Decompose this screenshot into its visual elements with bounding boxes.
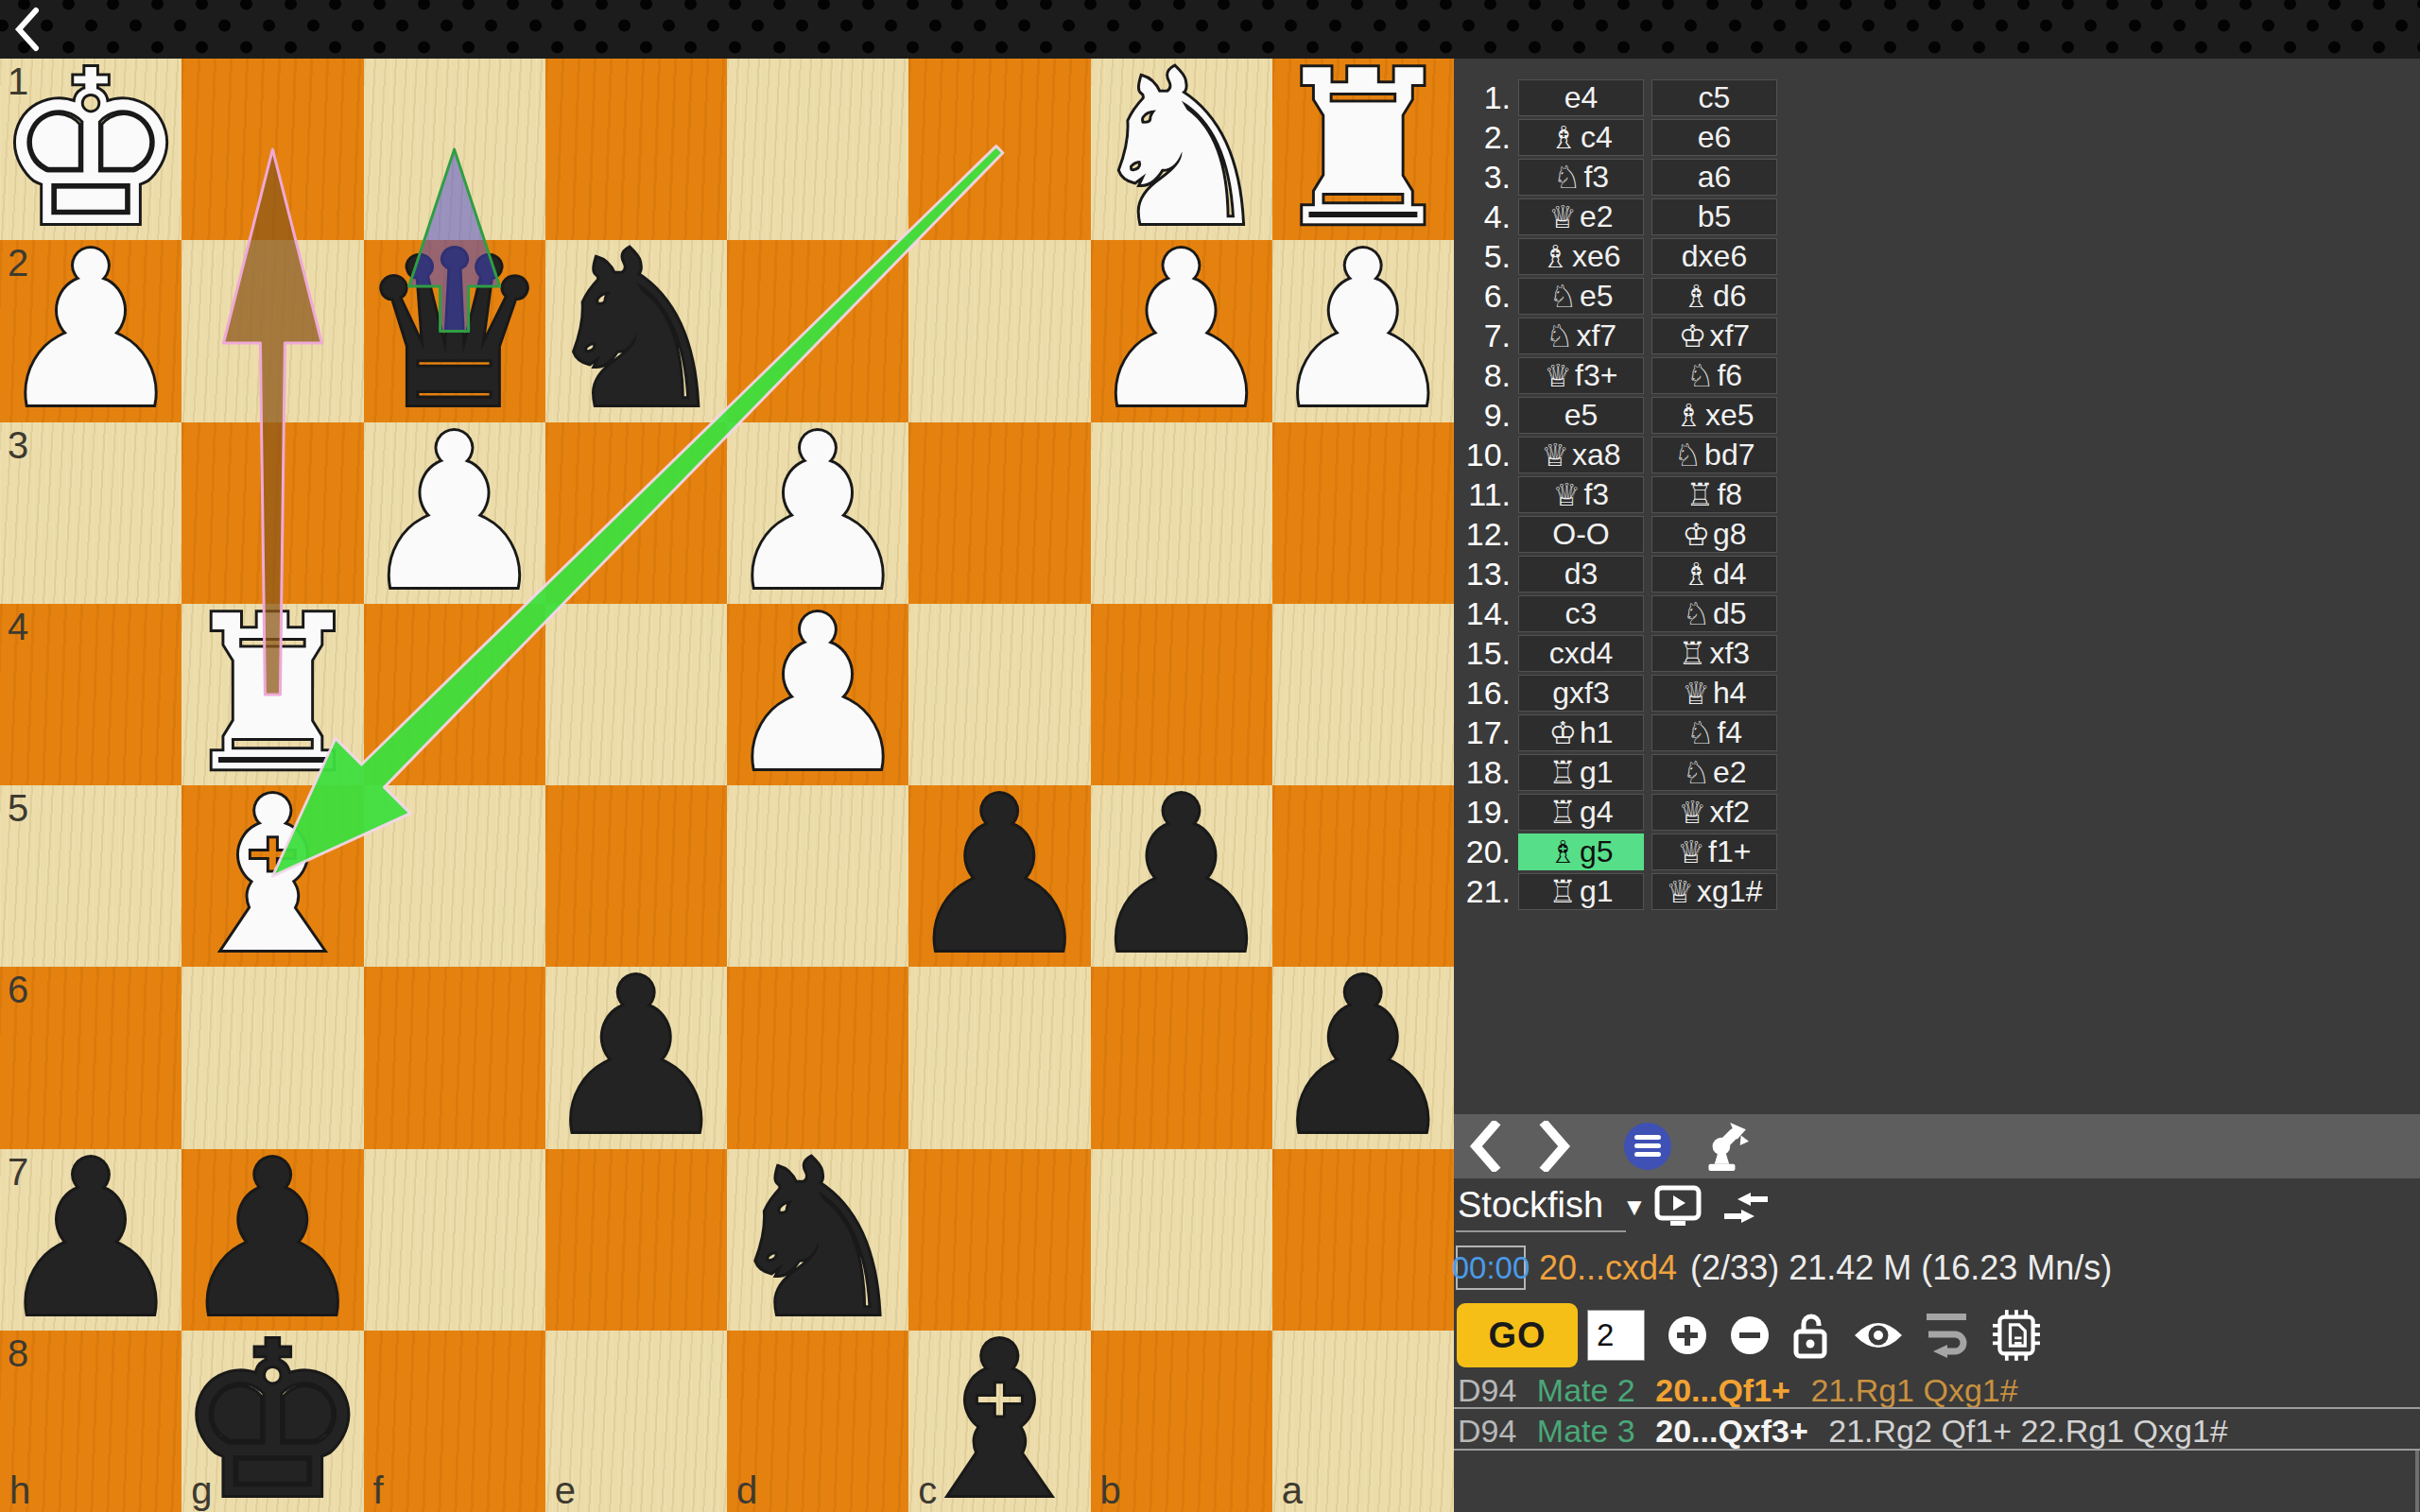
move-text: O-O xyxy=(1552,517,1609,552)
move-row-1: 1.e4c5 xyxy=(1456,79,1777,116)
move-21-white[interactable]: ♖g1 xyxy=(1518,873,1644,910)
move-text: a6 xyxy=(1698,160,1732,195)
piece-white-pawn[interactable]: ♟ xyxy=(1272,240,1454,421)
go-button[interactable]: GO xyxy=(1457,1303,1578,1367)
lock-open-icon[interactable] xyxy=(1792,1311,1830,1360)
move-text: e6 xyxy=(1698,120,1732,155)
move-row-12: 12.O-O♔g8 xyxy=(1456,516,1777,553)
move-number: 13. xyxy=(1456,556,1511,593)
mate-eval: Mate 2 xyxy=(1537,1372,1635,1408)
move-row-16: 16.gxf3♕h4 xyxy=(1456,675,1777,712)
file-label-h: h xyxy=(9,1469,30,1512)
move-number: 8. xyxy=(1456,357,1511,394)
move-row-14: 14.c3♘d5 xyxy=(1456,595,1777,632)
engine-time: 00:00 xyxy=(1456,1246,1526,1290)
engine-stats: (2/33) 21.42 M (16.23 Mn/s) xyxy=(1690,1248,2112,1288)
file-label-e: e xyxy=(555,1469,576,1512)
move-17-white[interactable]: ♔h1 xyxy=(1518,714,1644,751)
move-10-black[interactable]: ♘bd7 xyxy=(1651,437,1777,473)
line-separator xyxy=(1454,1449,2420,1451)
piece-black-knight[interactable]: ♞ xyxy=(545,240,727,421)
move-text: f1+ xyxy=(1708,834,1751,869)
rank-label-3: 3 xyxy=(8,424,28,467)
square-e8[interactable]: e xyxy=(545,1331,727,1512)
move-row-4: 4.♕e2b5 xyxy=(1456,198,1777,235)
move-row-20: 20.♗g5♕f1+ xyxy=(1456,833,1777,870)
square-c5[interactable]: ♟ xyxy=(908,785,1090,967)
figurine-icon: ♕ xyxy=(1553,479,1582,510)
move-2-black[interactable]: e6 xyxy=(1651,119,1777,156)
multipv-input[interactable]: 2 xyxy=(1587,1310,1645,1361)
move-text: f3 xyxy=(1583,477,1609,512)
move-19-black[interactable]: ♕xf2 xyxy=(1651,794,1777,831)
square-g1[interactable] xyxy=(181,59,363,240)
figurine-icon: ♘ xyxy=(1553,162,1582,193)
move-text: c5 xyxy=(1699,80,1731,115)
move-number: 14. xyxy=(1456,595,1511,632)
move-row-18: 18.♖g1♘e2 xyxy=(1456,754,1777,791)
square-e4[interactable] xyxy=(545,604,727,785)
square-f8[interactable]: f xyxy=(364,1331,545,1512)
move-row-15: 15.cxd4♖xf3 xyxy=(1456,635,1777,672)
move-number: 4. xyxy=(1456,198,1511,235)
file-label-b: b xyxy=(1100,1469,1121,1512)
move-text: g1 xyxy=(1580,874,1614,909)
figurine-icon: ♗ xyxy=(1548,836,1577,868)
square-h7[interactable]: 7♟ xyxy=(0,1149,181,1331)
move-text: f8 xyxy=(1717,477,1742,512)
square-a2[interactable]: ♟ xyxy=(1272,240,1454,421)
move-6-black[interactable]: ♗d6 xyxy=(1651,278,1777,315)
move-text: gxf3 xyxy=(1552,676,1609,711)
move-row-8: 8.♕f3+♘f6 xyxy=(1456,357,1777,394)
move-7-black[interactable]: ♔xf7 xyxy=(1651,318,1777,354)
move-20-white[interactable]: ♗g5 xyxy=(1518,833,1644,870)
move-18-black[interactable]: ♘e2 xyxy=(1651,754,1777,791)
move-13-black[interactable]: ♗d4 xyxy=(1651,556,1777,593)
move-12-black[interactable]: ♔g8 xyxy=(1651,516,1777,553)
figurine-icon: ♗ xyxy=(1674,400,1703,431)
move-number: 9. xyxy=(1456,397,1511,434)
plus-button[interactable] xyxy=(1668,1315,1707,1355)
move-text: xa8 xyxy=(1572,438,1621,472)
move-text: h1 xyxy=(1580,715,1614,750)
move-18-white[interactable]: ♖g1 xyxy=(1518,754,1644,791)
move-3-black[interactable]: a6 xyxy=(1651,159,1777,196)
move-row-5: 5.♗xe6dxe6 xyxy=(1456,238,1777,275)
engine-dropdown-underline xyxy=(1456,1230,1626,1232)
engine-line-2[interactable]: D94 Mate 3 20...Qxf3+ 21.Rg2 Qf1+ 22.Rg1… xyxy=(1458,1413,2416,1450)
move-text: xe5 xyxy=(1705,398,1754,433)
move-text: c4 xyxy=(1581,120,1613,155)
move-14-black[interactable]: ♘d5 xyxy=(1651,595,1777,632)
move-text: f4 xyxy=(1717,715,1742,750)
figurine-icon: ♘ xyxy=(1686,717,1715,748)
figurine-icon: ♔ xyxy=(1679,320,1707,352)
engine-name[interactable]: Stockfish xyxy=(1458,1185,1603,1226)
move-number: 12. xyxy=(1456,516,1511,553)
engine-robot-arm-icon[interactable] xyxy=(1698,1121,1749,1172)
rank-label-8: 8 xyxy=(8,1332,28,1375)
move-number: 6. xyxy=(1456,278,1511,315)
move-text: c3 xyxy=(1565,596,1598,631)
move-16-black[interactable]: ♕h4 xyxy=(1651,675,1777,712)
next-move-button[interactable] xyxy=(1537,1121,1573,1172)
figurine-icon: ♗ xyxy=(1541,241,1569,272)
rank-label-6: 6 xyxy=(8,969,28,1011)
rank-label-4: 4 xyxy=(8,606,28,648)
move-5-black[interactable]: dxe6 xyxy=(1651,238,1777,275)
move-text: dxe6 xyxy=(1682,239,1747,274)
file-label-g: g xyxy=(191,1469,212,1512)
move-text: f3 xyxy=(1583,160,1609,195)
figurine-icon: ♗ xyxy=(1682,281,1710,312)
file-label-c: c xyxy=(918,1469,937,1512)
file-label-f: f xyxy=(373,1469,384,1512)
move-1-black[interactable]: c5 xyxy=(1651,79,1777,116)
move-20-black[interactable]: ♕f1+ xyxy=(1651,833,1777,870)
figurine-icon: ♘ xyxy=(1546,320,1574,352)
move-number: 20. xyxy=(1456,833,1511,870)
move-number: 2. xyxy=(1456,119,1511,156)
move-number: 11. xyxy=(1456,476,1511,513)
piece-white-pawn[interactable]: ♟ xyxy=(1091,240,1272,421)
square-g2[interactable] xyxy=(181,240,363,421)
figurine-icon: ♘ xyxy=(1686,360,1715,391)
move-11-black[interactable]: ♖f8 xyxy=(1651,476,1777,513)
figurine-icon: ♘ xyxy=(1682,757,1710,788)
figurine-icon: ♘ xyxy=(1674,439,1703,471)
square-b2[interactable]: ♟ xyxy=(1091,240,1272,421)
eco-code: D94 xyxy=(1458,1372,1516,1408)
move-8-black[interactable]: ♘f6 xyxy=(1651,357,1777,394)
square-f3[interactable]: ♟ xyxy=(364,422,545,604)
move-row-3: 3.♘f3a6 xyxy=(1456,159,1777,196)
figurine-icon: ♗ xyxy=(1682,558,1710,590)
rank-label-1: 1 xyxy=(8,60,28,103)
cpu-chip-icon[interactable] xyxy=(1993,1310,2040,1361)
move-7-white[interactable]: ♘xf7 xyxy=(1518,318,1644,354)
move-text: xg1# xyxy=(1697,874,1762,909)
move-row-21: 21.♖g1♕xg1# xyxy=(1456,873,1777,910)
square-d4[interactable]: ♟ xyxy=(727,604,908,785)
move-text: xf2 xyxy=(1709,795,1750,830)
square-f6[interactable] xyxy=(364,967,545,1148)
piece-black-knight[interactable]: ♞ xyxy=(727,1149,908,1331)
move-list: 1.e4c52.♗c4e63.♘f3a64.♕e2b55.♗xe6dxe66.♘… xyxy=(1456,79,1777,910)
move-text: d4 xyxy=(1713,557,1747,592)
square-c8[interactable]: c♝ xyxy=(908,1331,1090,1512)
pv-continuation: 21.Rg2 Qf1+ 22.Rg1 Qxg1# xyxy=(1828,1413,2227,1449)
move-text: g1 xyxy=(1580,755,1614,790)
square-g8[interactable]: g♚ xyxy=(181,1331,363,1512)
figurine-icon: ♗ xyxy=(1549,122,1578,153)
figurine-icon: ♕ xyxy=(1678,836,1706,868)
move-17-black[interactable]: ♘f4 xyxy=(1651,714,1777,751)
move-number: 17. xyxy=(1456,714,1511,751)
move-text: e5 xyxy=(1580,279,1614,314)
move-number: 15. xyxy=(1456,635,1511,672)
figurine-icon: ♕ xyxy=(1679,797,1707,828)
move-row-7: 7.♘xf7♔xf7 xyxy=(1456,318,1777,354)
move-13-white[interactable]: d3 xyxy=(1518,556,1644,593)
square-e2[interactable]: ♞ xyxy=(545,240,727,421)
pv-continuation: 21.Rg1 Qxg1# xyxy=(1810,1372,2017,1408)
move-number: 1. xyxy=(1456,79,1511,116)
move-4-black[interactable]: b5 xyxy=(1651,198,1777,235)
move-15-white[interactable]: cxd4 xyxy=(1518,635,1644,672)
move-number: 7. xyxy=(1456,318,1511,354)
move-text: xe6 xyxy=(1572,239,1621,274)
move-number: 16. xyxy=(1456,675,1511,712)
figurine-icon: ♔ xyxy=(1548,717,1577,748)
figurine-icon: ♘ xyxy=(1682,598,1710,629)
figurine-icon: ♖ xyxy=(1548,797,1577,828)
rank-label-7: 7 xyxy=(8,1151,28,1194)
square-f7[interactable] xyxy=(364,1149,545,1331)
figurine-icon: ♕ xyxy=(1667,876,1695,907)
move-11-white[interactable]: ♕f3 xyxy=(1518,476,1644,513)
move-text: xf7 xyxy=(1576,318,1616,353)
engine-controls-row: GO 2 xyxy=(1457,1302,2040,1368)
figurine-icon: ♕ xyxy=(1682,678,1710,709)
square-e6[interactable]: ♟ xyxy=(545,967,727,1148)
move-text: xf7 xyxy=(1709,318,1750,353)
move-2-white[interactable]: ♗c4 xyxy=(1518,119,1644,156)
engine-time-value: 00:00 xyxy=(1452,1250,1530,1286)
square-a6[interactable]: ♟ xyxy=(1272,967,1454,1148)
square-a4[interactable] xyxy=(1272,604,1454,785)
move-row-6: 6.♘e5♗d6 xyxy=(1456,278,1777,315)
move-number: 18. xyxy=(1456,754,1511,791)
piece-white-pawn[interactable]: ♟ xyxy=(727,604,908,785)
move-text: f3+ xyxy=(1575,358,1617,393)
move-15-black[interactable]: ♖xf3 xyxy=(1651,635,1777,672)
move-9-black[interactable]: ♗xe5 xyxy=(1651,397,1777,434)
move-text: bd7 xyxy=(1704,438,1754,472)
monitor-play-icon[interactable] xyxy=(1654,1185,1702,1227)
rank-label-2: 2 xyxy=(8,242,28,284)
move-text: e5 xyxy=(1564,398,1599,433)
move-text: g8 xyxy=(1713,517,1747,552)
move-8-white[interactable]: ♕f3+ xyxy=(1518,357,1644,394)
move-text: e2 xyxy=(1713,755,1747,790)
square-d1[interactable] xyxy=(727,59,908,240)
move-number: 3. xyxy=(1456,159,1511,196)
figurine-icon: ♖ xyxy=(1548,876,1577,907)
square-h5[interactable]: 5 xyxy=(0,785,181,967)
hamburger-icon xyxy=(1624,1123,1671,1170)
square-c1[interactable] xyxy=(908,59,1090,240)
move-3-white[interactable]: ♘f3 xyxy=(1518,159,1644,196)
square-h2[interactable]: 2♟ xyxy=(0,240,181,421)
figurine-icon: ♘ xyxy=(1548,281,1577,312)
figurine-icon: ♕ xyxy=(1541,439,1569,471)
move-row-13: 13.d3♗d4 xyxy=(1456,556,1777,593)
move-text: g4 xyxy=(1580,795,1614,830)
move-text: b5 xyxy=(1698,199,1732,234)
merge-arrows-icon[interactable] xyxy=(1724,1191,1768,1225)
move-number: 5. xyxy=(1456,238,1511,275)
square-f5[interactable] xyxy=(364,785,545,967)
nav-toolbar xyxy=(1454,1114,2420,1178)
move-9-white[interactable]: e5 xyxy=(1518,397,1644,434)
menu-button[interactable] xyxy=(1624,1123,1671,1170)
move-16-white[interactable]: gxf3 xyxy=(1518,675,1644,712)
figurine-icon: ♔ xyxy=(1682,519,1710,550)
eye-icon[interactable] xyxy=(1853,1317,1904,1353)
rank-label-5: 5 xyxy=(8,787,28,830)
file-label-a: a xyxy=(1282,1469,1303,1512)
move-row-17: 17.♔h1♘f4 xyxy=(1456,714,1777,751)
figurine-icon: ♖ xyxy=(1679,638,1707,669)
piece-black-pawn[interactable]: ♟ xyxy=(1091,785,1272,967)
move-14-white[interactable]: c3 xyxy=(1518,595,1644,632)
piece-white-bishop[interactable]: ♝ xyxy=(181,785,363,967)
move-number: 21. xyxy=(1456,873,1511,910)
figurine-icon: ♖ xyxy=(1686,479,1715,510)
move-text: xf3 xyxy=(1709,636,1750,671)
square-h4[interactable]: 4 xyxy=(0,604,181,785)
square-b5[interactable]: ♟ xyxy=(1091,785,1272,967)
mate-eval: Mate 3 xyxy=(1537,1413,1635,1449)
square-b8[interactable]: b xyxy=(1091,1331,1272,1512)
figurine-icon: ♖ xyxy=(1548,757,1577,788)
square-b7[interactable] xyxy=(1091,1149,1272,1331)
move-row-2: 2.♗c4e6 xyxy=(1456,119,1777,156)
piece-black-pawn[interactable]: ♟ xyxy=(545,967,727,1148)
line-separator xyxy=(1454,1407,2420,1409)
engine-line-1[interactable]: D94 Mate 2 20...Qf1+ 21.Rg1 Qxg1# xyxy=(1458,1372,2416,1409)
move-12-white[interactable]: O-O xyxy=(1518,516,1644,553)
figurine-icon: ♕ xyxy=(1548,201,1577,232)
move-1-white[interactable]: e4 xyxy=(1518,79,1644,116)
move-6-white[interactable]: ♘e5 xyxy=(1518,278,1644,315)
move-text: f6 xyxy=(1717,358,1742,393)
figurine-icon: ♕ xyxy=(1545,360,1573,391)
multipv-value: 2 xyxy=(1597,1317,1614,1353)
wrap-lines-icon[interactable] xyxy=(1927,1312,1970,1359)
move-text: d5 xyxy=(1713,596,1747,631)
chess-board: 1♚♞♜2♟♛♞♟♟3♟♟4♜♟5♝♟♟6♟♟7♟♟♞8hg♚fedc♝ba xyxy=(0,59,1454,1512)
piece-white-pawn[interactable]: ♟ xyxy=(364,422,545,604)
move-number: 10. xyxy=(1456,437,1511,473)
right-panel: 1.e4c52.♗c4e63.♘f3a64.♕e2b55.♗xe6dxe66.♘… xyxy=(1454,59,2420,1512)
minus-button[interactable] xyxy=(1730,1315,1770,1355)
move-text: e4 xyxy=(1564,80,1599,115)
pv-main-move: 20...Qf1+ xyxy=(1655,1372,1790,1408)
previous-move-button[interactable] xyxy=(1467,1121,1503,1172)
move-4-white[interactable]: ♕e2 xyxy=(1518,198,1644,235)
move-row-11: 11.♕f3♖f8 xyxy=(1456,476,1777,513)
eco-code: D94 xyxy=(1458,1413,1516,1449)
pv-main-move: 20...Qxf3+ xyxy=(1655,1413,1808,1449)
move-5-white[interactable]: ♗xe6 xyxy=(1518,238,1644,275)
move-text: cxd4 xyxy=(1549,636,1614,671)
move-text: h4 xyxy=(1713,676,1747,711)
move-row-19: 19.♖g4♕xf2 xyxy=(1456,794,1777,831)
move-row-10: 10.♕xa8♘bd7 xyxy=(1456,437,1777,473)
move-text: d6 xyxy=(1713,279,1747,314)
move-row-9: 9.e5♗xe5 xyxy=(1456,397,1777,434)
move-19-white[interactable]: ♖g4 xyxy=(1518,794,1644,831)
file-label-d: d xyxy=(736,1469,757,1512)
move-number: 19. xyxy=(1456,794,1511,831)
square-d7[interactable]: ♞ xyxy=(727,1149,908,1331)
piece-black-pawn[interactable]: ♟ xyxy=(908,785,1090,967)
move-text: e2 xyxy=(1580,199,1614,234)
scrollbar[interactable] xyxy=(2415,1451,2419,1512)
engine-status-row: 00:00 20...cxd4 (2/33) 21.42 M (16.23 Mn… xyxy=(1456,1246,2112,1290)
square-c2[interactable] xyxy=(908,240,1090,421)
square-g5[interactable]: ♝ xyxy=(181,785,363,967)
piece-black-pawn[interactable]: ♟ xyxy=(1272,967,1454,1148)
move-text: d3 xyxy=(1564,557,1599,592)
move-text: g5 xyxy=(1580,834,1614,869)
move-10-white[interactable]: ♕xa8 xyxy=(1518,437,1644,473)
square-a8[interactable]: a xyxy=(1272,1331,1454,1512)
chevron-down-icon[interactable]: ▼ xyxy=(1622,1193,1647,1222)
move-21-black[interactable]: ♕xg1# xyxy=(1651,873,1777,910)
square-c3[interactable] xyxy=(908,422,1090,604)
engine-current-move: 20...cxd4 xyxy=(1539,1248,1677,1288)
